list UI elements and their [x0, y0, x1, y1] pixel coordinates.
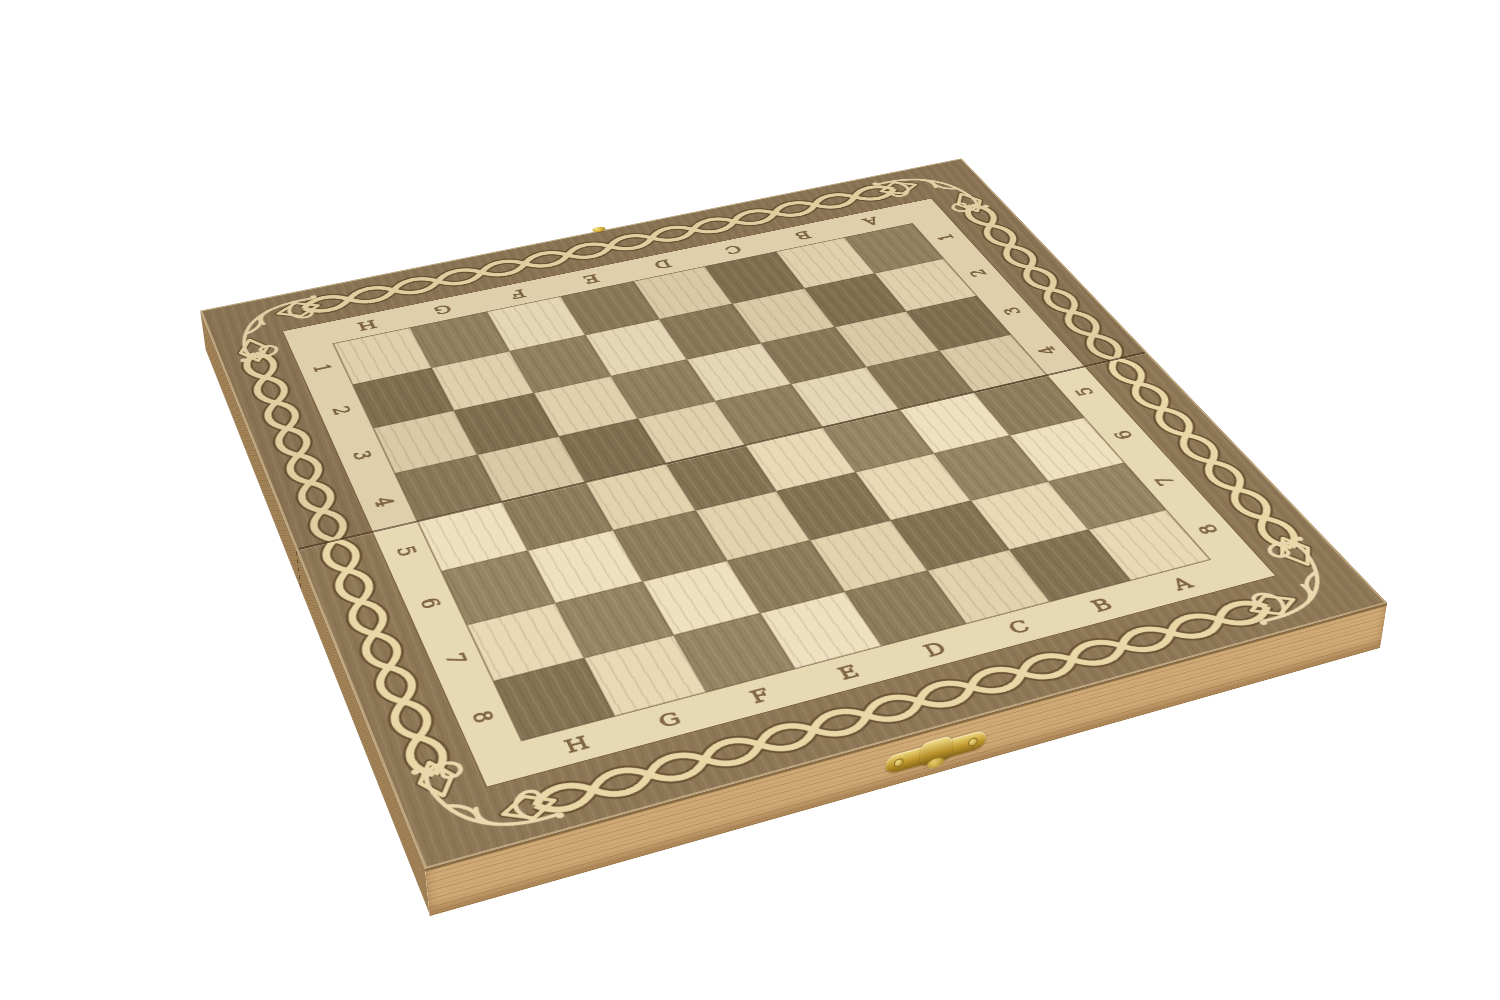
file-label: G: [615, 692, 724, 748]
screw-icon: [894, 757, 904, 768]
rank-label: 3: [968, 293, 1056, 329]
sq-F7[interactable]: [642, 560, 760, 635]
rank-label: 4: [1002, 332, 1092, 369]
rank-label: 7: [404, 632, 509, 684]
sq-B8[interactable]: [1009, 529, 1131, 601]
sq-C8[interactable]: [928, 550, 1050, 624]
sq-G5[interactable]: [502, 482, 613, 550]
sq-H4[interactable]: [395, 455, 502, 521]
sq-E7[interactable]: [727, 540, 845, 613]
sq-F5[interactable]: [585, 463, 696, 530]
sq-G6[interactable]: [528, 530, 642, 602]
screw-icon: [968, 736, 978, 746]
file-label: C: [966, 602, 1071, 653]
file-label: D: [882, 623, 988, 675]
sq-F6[interactable]: [613, 511, 727, 582]
file-label: A: [1130, 559, 1233, 608]
sq-B6[interactable]: [934, 435, 1048, 500]
file-label: F: [706, 669, 814, 723]
sq-H6[interactable]: [442, 551, 556, 625]
sq-E8[interactable]: [760, 591, 882, 668]
sq-A7[interactable]: [1048, 462, 1166, 529]
sq-E5[interactable]: [666, 445, 777, 511]
file-label: E: [795, 646, 902, 699]
sq-H7[interactable]: [467, 603, 585, 681]
rank-label: 4: [336, 480, 432, 524]
sq-D8[interactable]: [845, 570, 967, 645]
sq-H5[interactable]: [418, 501, 528, 571]
sq-C6[interactable]: [856, 454, 970, 520]
sq-F8[interactable]: [673, 613, 795, 692]
file-label: H: [522, 716, 632, 773]
product-photo: H G F E D C B A H G F E D C B A: [0, 0, 1500, 1000]
file-label: B: [1049, 580, 1153, 630]
rank-label: 2: [935, 256, 1021, 290]
sq-G7[interactable]: [555, 581, 673, 657]
clasp-knob: [920, 735, 952, 766]
sq-G8[interactable]: [584, 635, 706, 716]
sq-H8[interactable]: [494, 658, 615, 741]
rank-label: 8: [1158, 506, 1258, 552]
sq-E6[interactable]: [695, 491, 809, 560]
white-backdrop: H G F E D C B A H G F E D C B A: [0, 0, 1500, 1000]
sq-D6[interactable]: [776, 472, 890, 540]
rank-label: 8: [429, 689, 537, 745]
sq-C7[interactable]: [891, 500, 1009, 570]
sq-B7[interactable]: [970, 481, 1088, 549]
rank-label: 3: [316, 434, 410, 476]
brass-stud: [591, 226, 607, 233]
rank-label: 5: [357, 528, 456, 575]
sq-A8[interactable]: [1088, 510, 1210, 581]
file-labels-near: H G F E D C B A: [522, 559, 1234, 773]
sq-D7[interactable]: [810, 520, 928, 591]
rank-label: 6: [380, 579, 482, 629]
celtic-braid-near: [482, 583, 1317, 836]
sq-G4[interactable]: [477, 436, 584, 501]
chess-board: H G F E D C B A H G F E D C B A: [200, 158, 1387, 868]
rank-label: 1: [903, 221, 987, 254]
rank-label: 7: [1116, 459, 1214, 502]
